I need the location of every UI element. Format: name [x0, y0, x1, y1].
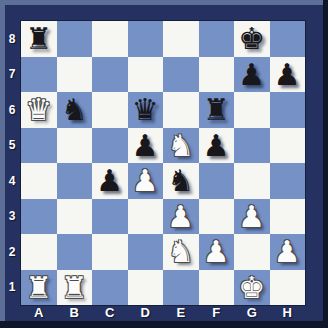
- square-c7[interactable]: [92, 57, 128, 93]
- frame-bevel-top: [0, 0, 328, 5]
- square-g8[interactable]: ♚: [234, 21, 270, 57]
- square-b8[interactable]: [57, 21, 93, 57]
- file-label: B: [57, 305, 93, 321]
- square-e1[interactable]: [163, 270, 199, 306]
- square-f5[interactable]: ♟: [199, 128, 235, 164]
- square-h4[interactable]: [270, 163, 306, 199]
- white-rook[interactable]: ♜: [61, 270, 88, 305]
- square-b3[interactable]: [57, 199, 93, 235]
- square-f6[interactable]: ♜: [199, 92, 235, 128]
- square-g2[interactable]: [234, 234, 270, 270]
- square-c5[interactable]: [92, 128, 128, 164]
- square-b2[interactable]: [57, 234, 93, 270]
- white-pawn[interactable]: ♟: [274, 234, 301, 269]
- square-a3[interactable]: [21, 199, 57, 235]
- square-b7[interactable]: [57, 57, 93, 93]
- white-knight[interactable]: ♞: [167, 234, 194, 269]
- square-h7[interactable]: ♟: [270, 57, 306, 93]
- file-label: E: [163, 305, 199, 321]
- file-label: G: [234, 305, 270, 321]
- black-pawn[interactable]: ♟: [203, 128, 230, 163]
- square-d8[interactable]: [128, 21, 164, 57]
- chess-diagram-frame: 87654321 ♜♚♟♟♛♞♛♜♟♞♟♟♟♞♟♟♞♟♟♜♜♚ ABCDEFGH: [0, 0, 328, 328]
- square-f3[interactable]: [199, 199, 235, 235]
- square-b4[interactable]: [57, 163, 93, 199]
- chess-board: ♜♚♟♟♛♞♛♜♟♞♟♟♟♞♟♟♞♟♟♜♜♚: [21, 21, 305, 305]
- square-f2[interactable]: ♟: [199, 234, 235, 270]
- file-label: D: [128, 305, 164, 321]
- black-king[interactable]: ♚: [238, 21, 265, 56]
- square-g5[interactable]: [234, 128, 270, 164]
- square-e5[interactable]: ♞: [163, 128, 199, 164]
- rank-label: 8: [3, 21, 21, 57]
- black-pawn[interactable]: ♟: [96, 163, 123, 198]
- file-label: F: [199, 305, 235, 321]
- square-d6[interactable]: ♛: [128, 92, 164, 128]
- square-c3[interactable]: [92, 199, 128, 235]
- square-f1[interactable]: [199, 270, 235, 306]
- square-a1[interactable]: ♜: [21, 270, 57, 306]
- black-queen[interactable]: ♛: [132, 92, 159, 127]
- frame-bevel-bottom: [0, 321, 328, 328]
- square-e7[interactable]: [163, 57, 199, 93]
- rank-label: 7: [3, 57, 21, 93]
- square-d4[interactable]: ♟: [128, 163, 164, 199]
- file-label: A: [21, 305, 57, 321]
- square-a4[interactable]: [21, 163, 57, 199]
- square-e3[interactable]: ♟: [163, 199, 199, 235]
- square-a7[interactable]: [21, 57, 57, 93]
- square-d1[interactable]: [128, 270, 164, 306]
- square-h2[interactable]: ♟: [270, 234, 306, 270]
- square-h8[interactable]: [270, 21, 306, 57]
- square-e8[interactable]: [163, 21, 199, 57]
- black-knight[interactable]: ♞: [61, 92, 88, 127]
- black-pawn[interactable]: ♟: [132, 128, 159, 163]
- rank-label: 3: [3, 199, 21, 235]
- black-rook[interactable]: ♜: [25, 21, 52, 56]
- black-pawn[interactable]: ♟: [274, 57, 301, 92]
- white-rook[interactable]: ♜: [25, 270, 52, 305]
- black-knight[interactable]: ♞: [167, 163, 194, 198]
- square-a8[interactable]: ♜: [21, 21, 57, 57]
- file-label: H: [270, 305, 306, 321]
- square-f4[interactable]: [199, 163, 235, 199]
- file-labels: ABCDEFGH: [21, 305, 305, 321]
- square-a2[interactable]: [21, 234, 57, 270]
- white-pawn[interactable]: ♟: [132, 163, 159, 198]
- white-queen[interactable]: ♛: [25, 92, 52, 127]
- square-g7[interactable]: ♟: [234, 57, 270, 93]
- square-g6[interactable]: [234, 92, 270, 128]
- frame-bevel-right: [323, 0, 328, 328]
- rank-label: 1: [3, 270, 21, 306]
- square-c4[interactable]: ♟: [92, 163, 128, 199]
- square-h3[interactable]: [270, 199, 306, 235]
- square-d7[interactable]: [128, 57, 164, 93]
- black-rook[interactable]: ♜: [203, 92, 230, 127]
- white-knight[interactable]: ♞: [167, 128, 194, 163]
- square-h1[interactable]: [270, 270, 306, 306]
- file-label: C: [92, 305, 128, 321]
- square-a5[interactable]: [21, 128, 57, 164]
- rank-label: 2: [3, 234, 21, 270]
- square-h5[interactable]: [270, 128, 306, 164]
- square-h6[interactable]: [270, 92, 306, 128]
- white-king[interactable]: ♚: [238, 270, 265, 305]
- square-b6[interactable]: ♞: [57, 92, 93, 128]
- rank-label: 6: [3, 92, 21, 128]
- square-d5[interactable]: ♟: [128, 128, 164, 164]
- square-b5[interactable]: [57, 128, 93, 164]
- square-d2[interactable]: [128, 234, 164, 270]
- square-e6[interactable]: [163, 92, 199, 128]
- square-d3[interactable]: [128, 199, 164, 235]
- rank-label: 4: [3, 163, 21, 199]
- square-c2[interactable]: [92, 234, 128, 270]
- square-e2[interactable]: ♞: [163, 234, 199, 270]
- square-c8[interactable]: [92, 21, 128, 57]
- square-f8[interactable]: [199, 21, 235, 57]
- square-b1[interactable]: ♜: [57, 270, 93, 306]
- black-pawn[interactable]: ♟: [238, 57, 265, 92]
- square-c6[interactable]: [92, 92, 128, 128]
- white-pawn[interactable]: ♟: [238, 199, 265, 234]
- square-e4[interactable]: ♞: [163, 163, 199, 199]
- rank-labels: 87654321: [3, 21, 21, 305]
- square-g1[interactable]: ♚: [234, 270, 270, 306]
- square-f7[interactable]: [199, 57, 235, 93]
- square-a6[interactable]: ♛: [21, 92, 57, 128]
- square-g3[interactable]: ♟: [234, 199, 270, 235]
- square-g4[interactable]: [234, 163, 270, 199]
- rank-label: 5: [3, 128, 21, 164]
- white-pawn[interactable]: ♟: [167, 199, 194, 234]
- white-pawn[interactable]: ♟: [203, 234, 230, 269]
- square-c1[interactable]: [92, 270, 128, 306]
